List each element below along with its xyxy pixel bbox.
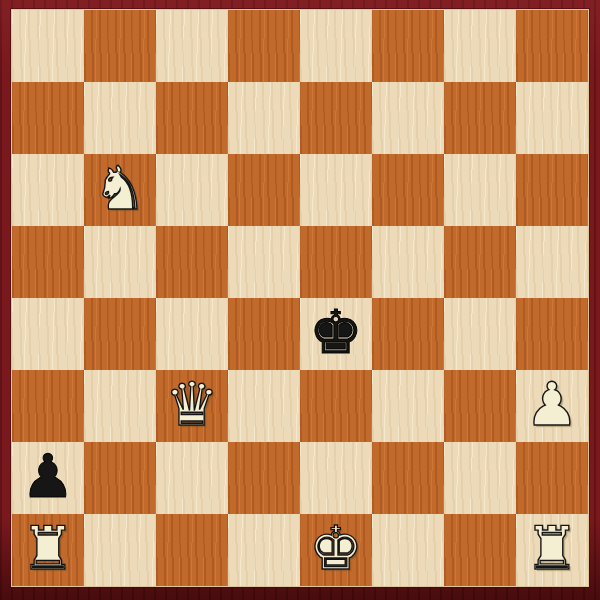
square-b2[interactable]: [84, 442, 156, 514]
square-c6[interactable]: [156, 154, 228, 226]
square-h7[interactable]: [516, 82, 588, 154]
square-d8[interactable]: [228, 10, 300, 82]
square-c1[interactable]: [156, 514, 228, 586]
square-d5[interactable]: [228, 226, 300, 298]
square-c3[interactable]: ♛: [156, 370, 228, 442]
square-e6[interactable]: [300, 154, 372, 226]
square-f7[interactable]: [372, 82, 444, 154]
square-a4[interactable]: [12, 298, 84, 370]
square-d7[interactable]: [228, 82, 300, 154]
square-d2[interactable]: [228, 442, 300, 514]
square-a2[interactable]: ♟: [12, 442, 84, 514]
square-g3[interactable]: [444, 370, 516, 442]
square-b5[interactable]: [84, 226, 156, 298]
square-b4[interactable]: [84, 298, 156, 370]
square-b7[interactable]: [84, 82, 156, 154]
white-knight-b6[interactable]: ♞: [93, 158, 147, 218]
square-e7[interactable]: [300, 82, 372, 154]
square-b3[interactable]: [84, 370, 156, 442]
square-e4[interactable]: ♚: [300, 298, 372, 370]
square-a3[interactable]: [12, 370, 84, 442]
square-h2[interactable]: [516, 442, 588, 514]
white-rook-a1[interactable]: ♜: [21, 518, 75, 578]
square-g8[interactable]: [444, 10, 516, 82]
board-frame: ♞♚♛♟♟♜♚♜: [0, 0, 600, 600]
square-f6[interactable]: [372, 154, 444, 226]
square-e3[interactable]: [300, 370, 372, 442]
square-h1[interactable]: ♜: [516, 514, 588, 586]
square-c8[interactable]: [156, 10, 228, 82]
square-e8[interactable]: [300, 10, 372, 82]
square-b8[interactable]: [84, 10, 156, 82]
square-d4[interactable]: [228, 298, 300, 370]
square-f4[interactable]: [372, 298, 444, 370]
square-g7[interactable]: [444, 82, 516, 154]
square-a5[interactable]: [12, 226, 84, 298]
square-f8[interactable]: [372, 10, 444, 82]
square-c7[interactable]: [156, 82, 228, 154]
square-g5[interactable]: [444, 226, 516, 298]
square-g6[interactable]: [444, 154, 516, 226]
white-queen-c3[interactable]: ♛: [165, 374, 219, 434]
square-f3[interactable]: [372, 370, 444, 442]
square-c4[interactable]: [156, 298, 228, 370]
black-pawn-a2[interactable]: ♟: [21, 446, 75, 506]
square-e5[interactable]: [300, 226, 372, 298]
chess-board: ♞♚♛♟♟♜♚♜: [12, 10, 588, 586]
black-king-e4[interactable]: ♚: [309, 302, 363, 362]
square-f1[interactable]: [372, 514, 444, 586]
square-h4[interactable]: [516, 298, 588, 370]
square-a6[interactable]: [12, 154, 84, 226]
square-a7[interactable]: [12, 82, 84, 154]
white-king-e1[interactable]: ♚: [309, 518, 363, 578]
square-h8[interactable]: [516, 10, 588, 82]
square-g1[interactable]: [444, 514, 516, 586]
square-h6[interactable]: [516, 154, 588, 226]
square-f2[interactable]: [372, 442, 444, 514]
square-c5[interactable]: [156, 226, 228, 298]
white-rook-h1[interactable]: ♜: [525, 518, 579, 578]
square-d1[interactable]: [228, 514, 300, 586]
square-f5[interactable]: [372, 226, 444, 298]
square-e1[interactable]: ♚: [300, 514, 372, 586]
white-pawn-h3[interactable]: ♟: [525, 374, 579, 434]
square-c2[interactable]: [156, 442, 228, 514]
square-b6[interactable]: ♞: [84, 154, 156, 226]
square-d6[interactable]: [228, 154, 300, 226]
square-a8[interactable]: [12, 10, 84, 82]
square-g4[interactable]: [444, 298, 516, 370]
square-d3[interactable]: [228, 370, 300, 442]
square-h3[interactable]: ♟: [516, 370, 588, 442]
square-e2[interactable]: [300, 442, 372, 514]
square-g2[interactable]: [444, 442, 516, 514]
square-h5[interactable]: [516, 226, 588, 298]
square-a1[interactable]: ♜: [12, 514, 84, 586]
square-b1[interactable]: [84, 514, 156, 586]
